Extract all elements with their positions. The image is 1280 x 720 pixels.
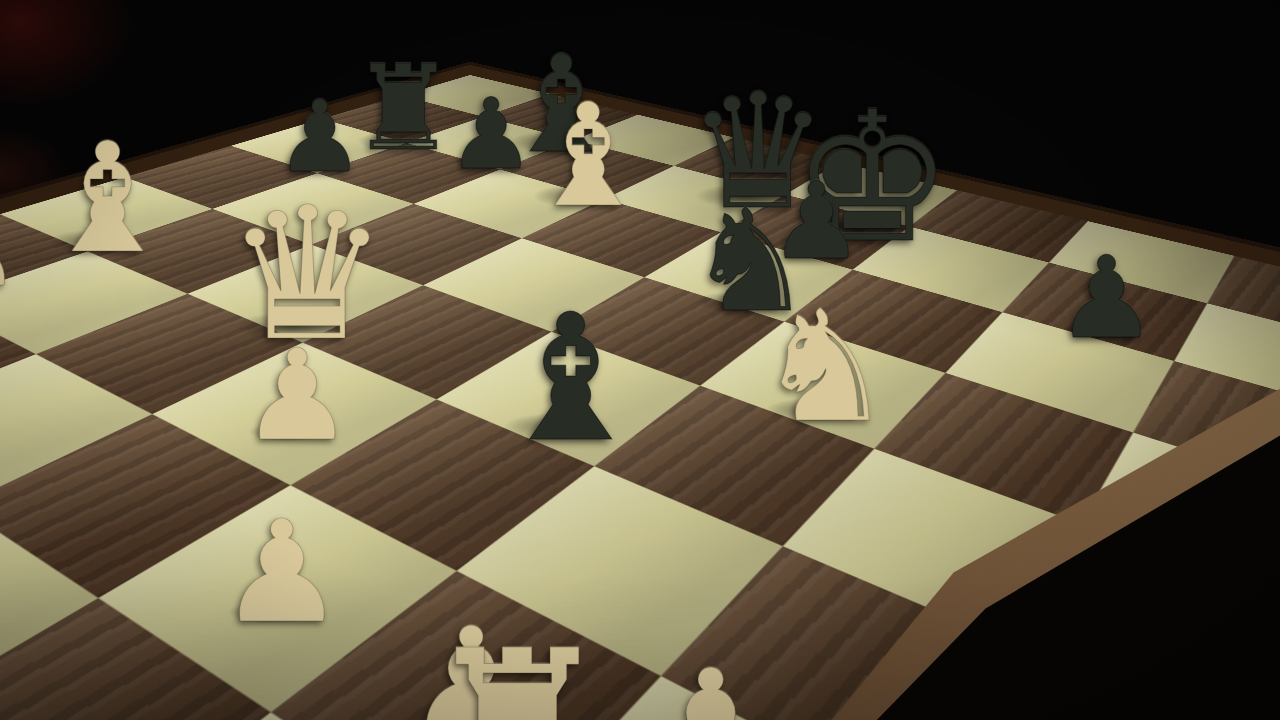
chess-photo-scene: ♝♛♚♜♟♟♟♟♞♝♝♝♛♞♟♟♟♟♟♜ [0,0,1280,720]
chess-board [0,75,1280,720]
